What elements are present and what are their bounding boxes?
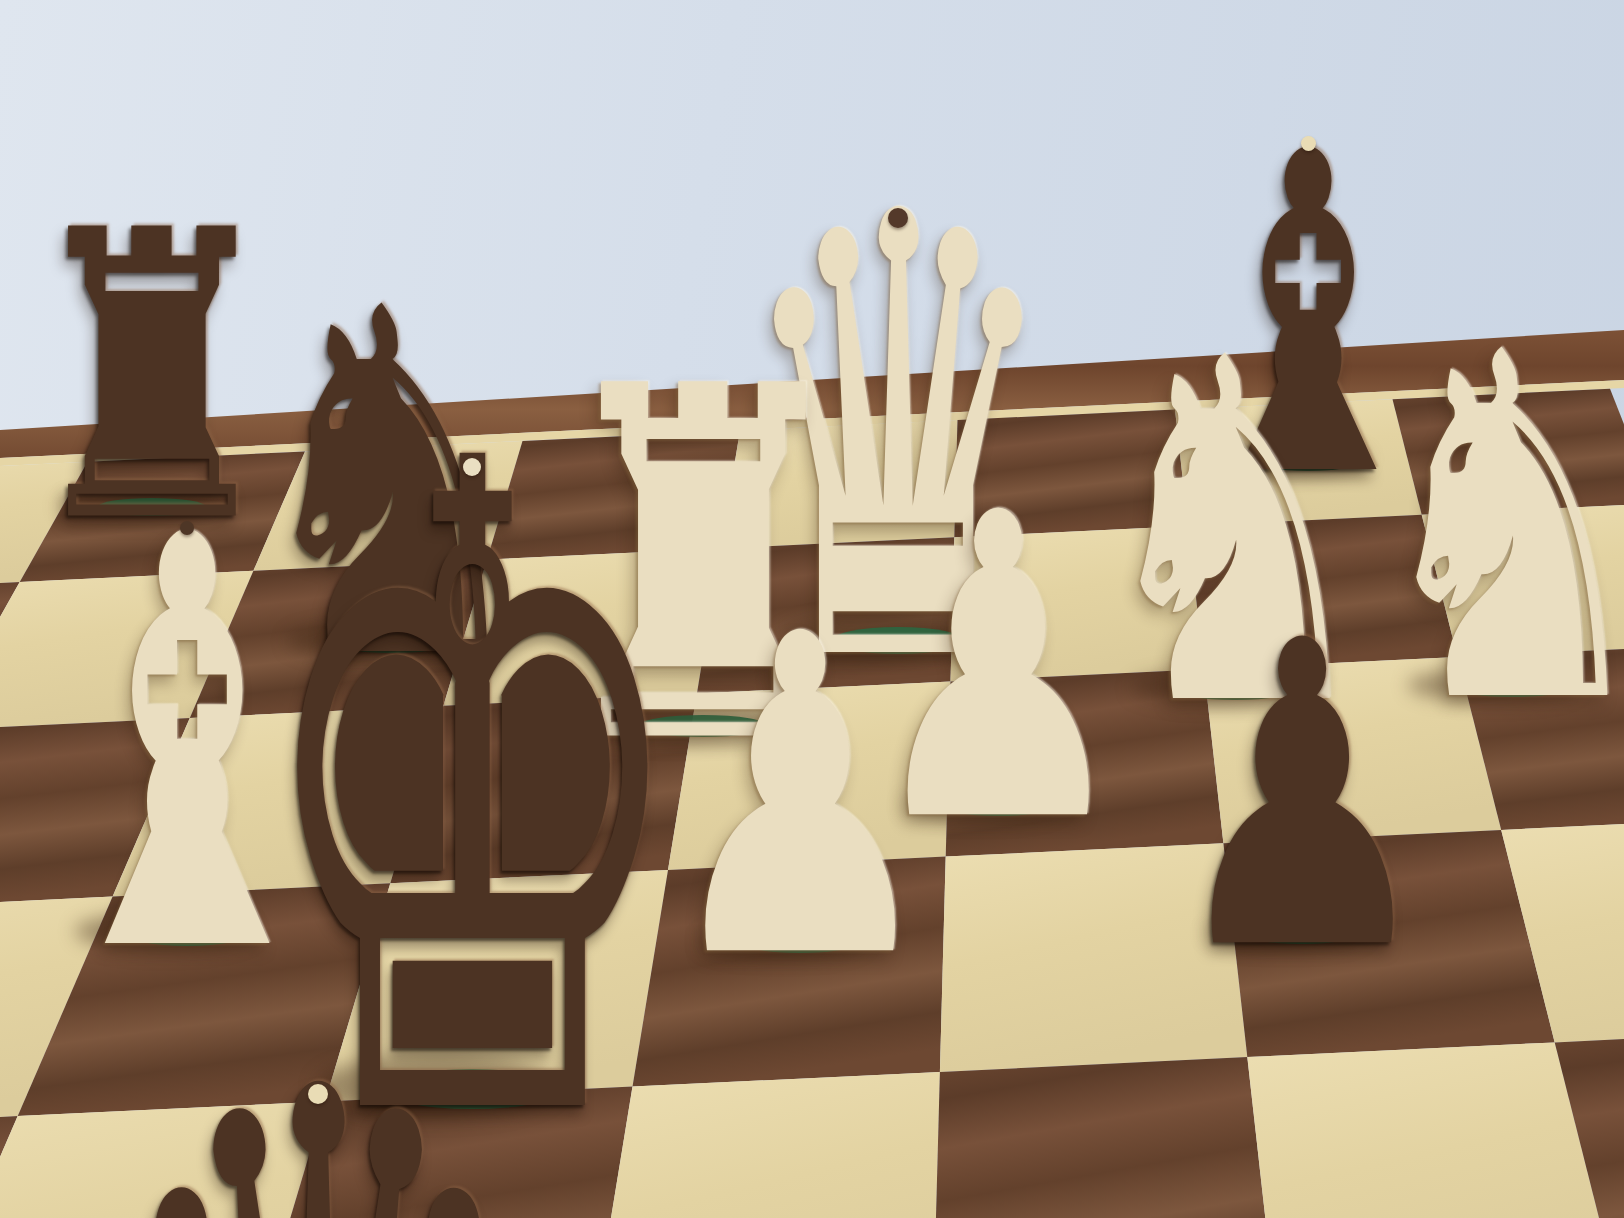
piece-black-queen-c4[interactable]: ♛ <box>0 988 718 1218</box>
finial-black-bishop-g8 <box>1301 136 1316 151</box>
chess-photo-scene: ♜♞♝♛♜♞♞♟♟♝♚♟♛ <box>0 0 1624 1218</box>
finial-black-king-d5 <box>463 458 481 476</box>
square-f4[interactable] <box>933 1057 1277 1218</box>
finial-black-queen-c4 <box>308 1084 328 1104</box>
piece-black-pawn-h5[interactable]: ♟ <box>1092 587 1512 1007</box>
